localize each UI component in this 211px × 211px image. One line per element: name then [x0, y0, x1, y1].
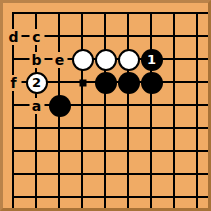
intersection-c6-r4: [117, 71, 140, 94]
intersection-c4-r7: [71, 140, 94, 163]
intersection-c7-r5: [140, 94, 163, 117]
intersection-c8-r4: [163, 71, 186, 94]
intersection-c3-r4: [48, 71, 71, 94]
intersection-c7-r3: 1: [140, 48, 163, 71]
intersection-c1-r5: [2, 94, 25, 117]
intersection-c2-r7: [25, 140, 48, 163]
intersection-c3-r5: [48, 94, 71, 117]
intersection-c1-r3: [2, 48, 25, 71]
intersection-c8-r2: [163, 25, 186, 48]
intersection-c9-r4: [186, 71, 209, 94]
intersection-c8-r8: [163, 163, 186, 186]
label-c: c: [29, 29, 44, 45]
label-f: f: [6, 75, 21, 91]
intersection-c7-r1: [140, 2, 163, 25]
intersection-c5-r9: [94, 186, 117, 209]
intersection-c8-r6: [163, 117, 186, 140]
label-e: e: [52, 52, 67, 68]
intersection-c6-r8: [117, 163, 140, 186]
intersection-c8-r9: [163, 186, 186, 209]
intersection-c1-r6: [2, 117, 25, 140]
intersection-c4-r6: [71, 117, 94, 140]
intersection-c9-r2: [186, 25, 209, 48]
black-stone: [141, 72, 163, 94]
intersection-c2-r6: [25, 117, 48, 140]
intersection-c1-r4: f: [2, 71, 25, 94]
intersection-c9-r5: [186, 94, 209, 117]
intersection-c2-r3: b: [25, 48, 48, 71]
intersection-c2-r9: [25, 186, 48, 209]
intersection-c5-r5: [94, 94, 117, 117]
label-b: b: [29, 52, 44, 68]
intersection-c6-r3: [117, 48, 140, 71]
intersection-c4-r1: [71, 2, 94, 25]
black-stone: [118, 72, 140, 94]
intersection-c8-r1: [163, 2, 186, 25]
intersection-c6-r2: [117, 25, 140, 48]
intersection-c1-r2: d: [2, 25, 25, 48]
intersection-c4-r4: [71, 71, 94, 94]
intersection-c5-r6: [94, 117, 117, 140]
intersection-c6-r1: [117, 2, 140, 25]
label-d: d: [6, 29, 21, 45]
intersection-c3-r3: e: [48, 48, 71, 71]
intersection-c3-r9: [48, 186, 71, 209]
white-stone: [95, 49, 117, 71]
intersection-c1-r1: [2, 2, 25, 25]
intersection-c9-r1: [186, 2, 209, 25]
intersection-c6-r6: [117, 117, 140, 140]
intersection-c6-r9: [117, 186, 140, 209]
intersection-c7-r9: [140, 186, 163, 209]
intersection-c2-r2: c: [25, 25, 48, 48]
intersection-c9-r6: [186, 117, 209, 140]
board-grid: dcbe1f2a: [2, 2, 209, 209]
intersection-c2-r4: 2: [25, 71, 48, 94]
intersection-c5-r2: [94, 25, 117, 48]
intersection-c5-r3: [94, 48, 117, 71]
intersection-c4-r9: [71, 186, 94, 209]
white-stone: [118, 49, 140, 71]
label-a: a: [29, 98, 44, 114]
intersection-c3-r7: [48, 140, 71, 163]
intersection-c2-r5: a: [25, 94, 48, 117]
intersection-c5-r7: [94, 140, 117, 163]
intersection-c7-r8: [140, 163, 163, 186]
intersection-c6-r7: [117, 140, 140, 163]
intersection-c7-r6: [140, 117, 163, 140]
intersection-c4-r5: [71, 94, 94, 117]
intersection-c7-r2: [140, 25, 163, 48]
intersection-c3-r6: [48, 117, 71, 140]
intersection-c5-r8: [94, 163, 117, 186]
white-stone: [72, 49, 94, 71]
intersection-c5-r1: [94, 2, 117, 25]
black-stone-move-1: 1: [141, 49, 163, 71]
intersection-c4-r8: [71, 163, 94, 186]
intersection-c3-r8: [48, 163, 71, 186]
intersection-c7-r4: [140, 71, 163, 94]
intersection-c1-r8: [2, 163, 25, 186]
go-board-diagram: dcbe1f2a: [0, 0, 211, 211]
intersection-c5-r4: [94, 71, 117, 94]
black-stone: [95, 72, 117, 94]
white-stone-move-2: 2: [26, 72, 48, 94]
intersection-c9-r7: [186, 140, 209, 163]
intersection-c1-r9: [2, 186, 25, 209]
intersection-c2-r8: [25, 163, 48, 186]
intersection-c8-r5: [163, 94, 186, 117]
intersection-c7-r7: [140, 140, 163, 163]
intersection-c4-r3: [71, 48, 94, 71]
intersection-c8-r7: [163, 140, 186, 163]
intersection-c3-r1: [48, 2, 71, 25]
intersection-c8-r3: [163, 48, 186, 71]
intersection-c9-r8: [186, 163, 209, 186]
black-stone: [49, 95, 71, 117]
intersection-c2-r1: [25, 2, 48, 25]
intersection-c9-r3: [186, 48, 209, 71]
intersection-c4-r2: [71, 25, 94, 48]
intersection-c9-r9: [186, 186, 209, 209]
intersection-c6-r5: [117, 94, 140, 117]
hoshi-marker: [79, 79, 86, 86]
intersection-c1-r7: [2, 140, 25, 163]
intersection-c3-r2: [48, 25, 71, 48]
